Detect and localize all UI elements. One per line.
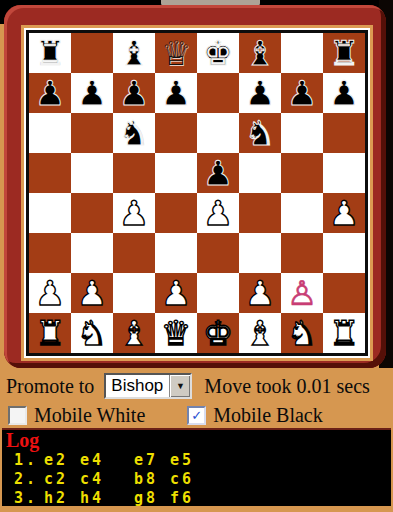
square-h6[interactable] bbox=[323, 113, 365, 153]
square-e3[interactable] bbox=[197, 233, 239, 273]
square-c7[interactable]: ♟ bbox=[113, 73, 155, 113]
square-d1[interactable]: ♛ bbox=[155, 313, 197, 353]
white-pawn-d2: ♟ bbox=[161, 273, 191, 313]
square-a7[interactable]: ♟ bbox=[29, 73, 71, 113]
white-pawn-h4: ♟ bbox=[329, 193, 359, 233]
white-bishop-f1: ♝ bbox=[245, 313, 275, 353]
black-king-e8: ♚ bbox=[203, 33, 233, 73]
square-d7[interactable]: ♟ bbox=[155, 73, 197, 113]
black-pawn-g7: ♟ bbox=[287, 73, 317, 113]
square-b2[interactable]: ♟ bbox=[71, 273, 113, 313]
board-border: ♜♝♕♚♝♜♟♟♟♟♟♟♟♞♞♟♟♟♟♟♟♟♟♙♜♞♝♛♚♝♞♜ bbox=[21, 25, 373, 361]
square-c2[interactable] bbox=[113, 273, 155, 313]
white-pawn-b2: ♟ bbox=[77, 273, 107, 313]
square-a6[interactable] bbox=[29, 113, 71, 153]
square-b8[interactable] bbox=[71, 33, 113, 73]
chess-app-screen: ♜♝♕♚♝♜♟♟♟♟♟♟♟♞♞♟♟♟♟♟♟♟♟♙♜♞♝♛♚♝♞♜ Promote… bbox=[0, 0, 393, 512]
square-f3[interactable] bbox=[239, 233, 281, 273]
square-h4[interactable]: ♟ bbox=[323, 193, 365, 233]
square-h1[interactable]: ♜ bbox=[323, 313, 365, 353]
promote-row: Promote to Bishop ▼ Move took 0.01 secs bbox=[6, 373, 370, 399]
square-c8[interactable]: ♝ bbox=[113, 33, 155, 73]
square-e4[interactable]: ♟ bbox=[197, 193, 239, 233]
square-e8[interactable]: ♚ bbox=[197, 33, 239, 73]
square-g3[interactable] bbox=[281, 233, 323, 273]
board-frame: ♜♝♕♚♝♜♟♟♟♟♟♟♟♞♞♟♟♟♟♟♟♟♟♙♜♞♝♛♚♝♞♜ bbox=[4, 5, 386, 368]
square-c4[interactable]: ♟ bbox=[113, 193, 155, 233]
white-rook-h1: ♜ bbox=[329, 313, 359, 353]
square-h8[interactable]: ♜ bbox=[323, 33, 365, 73]
white-pawn-g2: ♙ bbox=[287, 273, 317, 313]
square-d5[interactable] bbox=[155, 153, 197, 193]
black-bishop-f8: ♝ bbox=[245, 33, 275, 73]
checkbox-mobile-black[interactable]: ✓ bbox=[187, 406, 206, 425]
black-pawn-b7: ♟ bbox=[77, 73, 107, 113]
square-h3[interactable] bbox=[323, 233, 365, 273]
square-a5[interactable] bbox=[29, 153, 71, 193]
square-e7[interactable] bbox=[197, 73, 239, 113]
black-pawn-e5: ♟ bbox=[203, 153, 233, 193]
black-pawn-h7: ♟ bbox=[329, 73, 359, 113]
log-move-line: 1.e2 e4e7 e5 bbox=[2, 451, 391, 470]
square-b1[interactable]: ♞ bbox=[71, 313, 113, 353]
white-rook-a1: ♜ bbox=[35, 313, 65, 353]
mobile-checkbox-row: Mobile White✓Mobile Black bbox=[8, 404, 365, 426]
black-pawn-a7: ♟ bbox=[35, 73, 65, 113]
white-pawn-a2: ♟ bbox=[35, 273, 65, 313]
square-a8[interactable]: ♜ bbox=[29, 33, 71, 73]
white-pawn-c4: ♟ bbox=[119, 193, 149, 233]
white-pawn-f2: ♟ bbox=[245, 273, 275, 313]
promote-label: Promote to bbox=[6, 375, 94, 398]
checkbox-mobile-white[interactable] bbox=[8, 406, 27, 425]
square-d3[interactable] bbox=[155, 233, 197, 273]
square-b3[interactable] bbox=[71, 233, 113, 273]
move-time-text: Move took 0.01 secs bbox=[204, 375, 370, 398]
square-f5[interactable] bbox=[239, 153, 281, 193]
log-move-list: 1.e2 e4e7 e52.c2 c4b8 c63.h2 h4g8 f6 bbox=[2, 451, 391, 506]
white-bishop-c1: ♝ bbox=[119, 313, 149, 353]
checkbox-label: Mobile Black bbox=[213, 404, 322, 427]
square-e1[interactable]: ♚ bbox=[197, 313, 239, 353]
black-pawn-d7: ♟ bbox=[161, 73, 191, 113]
square-h7[interactable]: ♟ bbox=[323, 73, 365, 113]
checkbox-label: Mobile White bbox=[34, 404, 145, 427]
chess-board[interactable]: ♜♝♕♚♝♜♟♟♟♟♟♟♟♞♞♟♟♟♟♟♟♟♟♙♜♞♝♛♚♝♞♜ bbox=[29, 33, 365, 353]
square-f8[interactable]: ♝ bbox=[239, 33, 281, 73]
square-e5[interactable]: ♟ bbox=[197, 153, 239, 193]
white-pawn-e4: ♟ bbox=[203, 193, 233, 233]
square-b6[interactable] bbox=[71, 113, 113, 153]
square-c3[interactable] bbox=[113, 233, 155, 273]
square-f4[interactable] bbox=[239, 193, 281, 233]
square-f7[interactable]: ♟ bbox=[239, 73, 281, 113]
white-queen-d1: ♛ bbox=[161, 313, 191, 353]
square-e2[interactable] bbox=[197, 273, 239, 313]
black-queen-d8: ♕ bbox=[161, 33, 191, 73]
square-d6[interactable] bbox=[155, 113, 197, 153]
log-title: Log bbox=[2, 430, 391, 451]
square-h5[interactable] bbox=[323, 153, 365, 193]
dropdown-arrow-icon[interactable]: ▼ bbox=[169, 375, 190, 397]
white-knight-b1: ♞ bbox=[77, 313, 107, 353]
black-pawn-f7: ♟ bbox=[245, 73, 275, 113]
square-d4[interactable] bbox=[155, 193, 197, 233]
black-rook-h8: ♜ bbox=[329, 33, 359, 73]
black-pawn-c7: ♟ bbox=[119, 73, 149, 113]
square-g2[interactable]: ♙ bbox=[281, 273, 323, 313]
black-bishop-c8: ♝ bbox=[119, 33, 149, 73]
square-e6[interactable] bbox=[197, 113, 239, 153]
square-a1[interactable]: ♜ bbox=[29, 313, 71, 353]
square-d8[interactable]: ♕ bbox=[155, 33, 197, 73]
square-a3[interactable] bbox=[29, 233, 71, 273]
control-panel: Promote to Bishop ▼ Move took 0.01 secs … bbox=[0, 368, 393, 512]
square-c5[interactable] bbox=[113, 153, 155, 193]
white-king-e1: ♚ bbox=[203, 313, 233, 353]
square-b7[interactable]: ♟ bbox=[71, 73, 113, 113]
square-a4[interactable] bbox=[29, 193, 71, 233]
square-g4[interactable] bbox=[281, 193, 323, 233]
log-move-line: 2.c2 c4b8 c6 bbox=[2, 470, 391, 489]
square-f2[interactable]: ♟ bbox=[239, 273, 281, 313]
square-g6[interactable] bbox=[281, 113, 323, 153]
promote-dropdown[interactable]: Bishop ▼ bbox=[104, 373, 192, 399]
square-g5[interactable] bbox=[281, 153, 323, 193]
square-c6[interactable]: ♞ bbox=[113, 113, 155, 153]
square-g1[interactable]: ♞ bbox=[281, 313, 323, 353]
promote-dropdown-value[interactable]: Bishop bbox=[106, 375, 169, 397]
square-h2[interactable] bbox=[323, 273, 365, 313]
square-a2[interactable]: ♟ bbox=[29, 273, 71, 313]
square-b5[interactable] bbox=[71, 153, 113, 193]
square-f1[interactable]: ♝ bbox=[239, 313, 281, 353]
square-b4[interactable] bbox=[71, 193, 113, 233]
move-log-panel: Log 1.e2 e4e7 e52.c2 c4b8 c63.h2 h4g8 f6 bbox=[2, 428, 391, 506]
black-knight-f6: ♞ bbox=[245, 113, 275, 153]
square-g7[interactable]: ♟ bbox=[281, 73, 323, 113]
log-move-line: 3.h2 h4g8 f6 bbox=[2, 489, 391, 506]
square-c1[interactable]: ♝ bbox=[113, 313, 155, 353]
black-knight-c6: ♞ bbox=[119, 113, 149, 153]
square-f6[interactable]: ♞ bbox=[239, 113, 281, 153]
square-g8[interactable] bbox=[281, 33, 323, 73]
square-d2[interactable]: ♟ bbox=[155, 273, 197, 313]
black-rook-a8: ♜ bbox=[35, 33, 65, 73]
white-knight-g1: ♞ bbox=[287, 313, 317, 353]
